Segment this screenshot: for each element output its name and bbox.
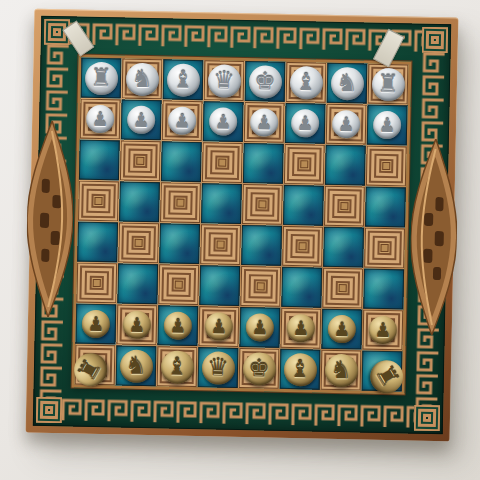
piece-base: ♟	[86, 105, 115, 134]
piece-base: ♟	[287, 314, 316, 343]
piece-glyph: ♚	[248, 356, 270, 380]
piece-base: ♞	[330, 66, 364, 100]
piece-base: ♝	[283, 352, 317, 386]
square-d8[interactable]: ♛	[204, 60, 245, 101]
square-f6[interactable]	[284, 144, 325, 185]
chess-board: ♜♞♝♛♚♝♞♜♟♟♟♟♟♟♟♟♟♟♟♟♟♟♟♟♜♞♝♛♚♝♞♜	[26, 9, 459, 442]
right-filigree-handle	[409, 139, 459, 336]
square-c4[interactable]	[159, 223, 200, 264]
square-g5[interactable]	[324, 186, 365, 227]
piece-brass-B-c1[interactable]: ♝	[157, 346, 198, 387]
piece-glyph: ♞	[125, 354, 147, 378]
square-c2[interactable]: ♟	[157, 305, 198, 346]
piece-base: ♞	[119, 349, 153, 383]
square-h4[interactable]	[364, 228, 405, 269]
square-a4[interactable]	[77, 222, 118, 263]
piece-base: ♞	[125, 62, 159, 96]
piece-glyph: ♟	[173, 111, 190, 130]
piece-glyph: ♚	[254, 69, 276, 93]
square-h1[interactable]: ♜	[362, 351, 403, 392]
piece-silver-P-b7[interactable]: ♟	[121, 99, 162, 140]
piece-silver-K-e8[interactable]: ♚	[245, 61, 286, 102]
piece-base: ♟	[209, 107, 238, 136]
piece-base: ♟	[205, 312, 234, 341]
piece-base: ♛	[201, 351, 235, 385]
square-d3[interactable]	[199, 265, 240, 306]
piece-glyph: ♟	[374, 320, 391, 339]
piece-brass-P-c2[interactable]: ♟	[157, 305, 198, 346]
square-e2[interactable]: ♟	[239, 307, 280, 348]
square-g4[interactable]	[323, 227, 364, 268]
square-a3[interactable]	[76, 263, 117, 304]
square-e7[interactable]: ♟	[244, 102, 285, 143]
piece-silver-B-c8[interactable]: ♝	[163, 59, 204, 100]
piece-brass-N-b1[interactable]: ♞	[116, 345, 157, 386]
piece-glyph: ♞	[131, 67, 153, 91]
square-d7[interactable]: ♟	[203, 101, 244, 142]
piece-glyph: ♟	[87, 314, 104, 333]
piece-silver-P-f7[interactable]: ♟	[285, 103, 326, 144]
square-e8[interactable]: ♚	[245, 61, 286, 102]
square-h7[interactable]: ♟	[367, 105, 408, 146]
piece-glyph: ♝	[289, 357, 311, 381]
piece-glyph: ♝	[172, 68, 194, 92]
piece-glyph: ♝	[295, 70, 317, 94]
piece-base: ♟	[250, 108, 279, 137]
corner-spiral-top-right	[422, 27, 449, 54]
square-d2[interactable]: ♟	[198, 306, 239, 347]
piece-glyph: ♞	[330, 358, 352, 382]
piece-glyph: ♟	[91, 109, 108, 128]
square-a5[interactable]	[78, 181, 119, 222]
square-g7[interactable]: ♟	[326, 104, 367, 145]
piece-silver-B-f8[interactable]: ♝	[286, 62, 327, 103]
piece-glyph: ♟	[210, 317, 227, 336]
square-c6[interactable]	[161, 141, 202, 182]
square-a7[interactable]: ♟	[80, 99, 121, 140]
square-g1[interactable]: ♞	[321, 350, 362, 391]
square-b5[interactable]	[119, 181, 160, 222]
square-e1[interactable]: ♚	[239, 348, 280, 389]
square-e4[interactable]	[241, 225, 282, 266]
square-h3[interactable]	[363, 269, 404, 310]
left-filigree-handle	[25, 121, 75, 318]
piece-brass-P-f2[interactable]: ♟	[280, 308, 321, 349]
square-g2[interactable]: ♟	[321, 309, 362, 350]
square-b8[interactable]: ♞	[122, 58, 163, 99]
square-d5[interactable]	[201, 183, 242, 224]
piece-silver-P-a7[interactable]: ♟	[80, 99, 121, 140]
square-f8[interactable]: ♝	[286, 62, 327, 103]
square-h8[interactable]: ♜	[368, 64, 409, 105]
piece-glyph: ♟	[296, 114, 313, 133]
piece-brass-P-d2[interactable]: ♟	[198, 306, 239, 347]
square-f5[interactable]	[283, 185, 324, 226]
square-f7[interactable]: ♟	[285, 103, 326, 144]
square-e6[interactable]	[243, 143, 284, 184]
piece-glyph: ♟	[251, 318, 268, 337]
square-e3[interactable]	[240, 266, 281, 307]
piece-silver-N-g8[interactable]: ♞	[327, 63, 368, 104]
piece-base: ♟	[369, 316, 398, 345]
piece-silver-R-h8[interactable]: ♜	[368, 64, 409, 105]
piece-base: ♞	[324, 353, 358, 387]
piece-glyph: ♟	[169, 316, 186, 335]
square-a1[interactable]: ♜	[75, 345, 116, 386]
piece-base: ♟	[123, 311, 152, 340]
square-g8[interactable]: ♞	[327, 63, 368, 104]
piece-glyph: ♝	[166, 354, 188, 378]
piece-silver-R-a8[interactable]: ♜	[81, 58, 122, 99]
piece-silver-P-h7[interactable]: ♟	[367, 105, 408, 146]
corner-spiral-bottom-left	[36, 397, 63, 424]
square-f4[interactable]	[282, 226, 323, 267]
piece-glyph: ♜	[377, 72, 399, 96]
piece-silver-P-g7[interactable]: ♟	[326, 104, 367, 145]
square-f3[interactable]	[281, 267, 322, 308]
piece-glyph: ♟	[128, 315, 145, 334]
square-f2[interactable]: ♟	[280, 308, 321, 349]
square-b3[interactable]	[117, 263, 158, 304]
piece-glyph: ♞	[336, 71, 358, 95]
piece-glyph: ♟	[378, 115, 395, 134]
square-f1[interactable]: ♝	[280, 349, 321, 390]
piece-glyph: ♟	[255, 113, 272, 132]
piece-base: ♜	[67, 347, 112, 392]
piece-base: ♟	[168, 106, 197, 135]
piece-base: ♜	[371, 67, 405, 101]
piece-brass-B-f1[interactable]: ♝	[280, 349, 321, 390]
piece-brass-N-g1[interactable]: ♞	[321, 350, 362, 391]
piece-glyph: ♛	[207, 355, 229, 379]
piece-base: ♟	[164, 311, 193, 340]
piece-glyph: ♜	[90, 66, 112, 90]
piece-brass-P-e2[interactable]: ♟	[239, 307, 280, 348]
square-b2[interactable]: ♟	[116, 304, 157, 345]
piece-glyph: ♛	[213, 68, 235, 92]
square-c7[interactable]: ♟	[162, 100, 203, 141]
square-a2[interactable]: ♟	[75, 304, 116, 345]
piece-base: ♟	[291, 109, 320, 138]
piece-silver-Q-d8[interactable]: ♛	[204, 60, 245, 101]
square-h6[interactable]	[366, 146, 407, 187]
piece-base: ♚	[242, 352, 276, 386]
piece-brass-K-e1[interactable]: ♚	[239, 348, 280, 389]
piece-base: ♟	[82, 310, 111, 339]
square-c5[interactable]	[160, 182, 201, 223]
piece-silver-P-c7[interactable]: ♟	[162, 100, 203, 141]
piece-brass-P-g2[interactable]: ♟	[321, 309, 362, 350]
piece-base: ♟	[328, 315, 357, 344]
square-h2[interactable]: ♟	[362, 310, 403, 351]
square-a6[interactable]	[79, 140, 120, 181]
piece-glyph: ♜	[371, 361, 403, 392]
piece-base: ♜	[84, 61, 118, 95]
piece-base: ♜	[364, 353, 409, 398]
square-h5[interactable]	[365, 187, 406, 228]
square-a8[interactable]: ♜	[81, 58, 122, 99]
piece-base: ♝	[160, 350, 194, 384]
corner-spiral-bottom-right	[414, 405, 441, 432]
piece-brass-Q-d1[interactable]: ♛	[198, 347, 239, 388]
square-d4[interactable]	[200, 224, 241, 265]
square-c8[interactable]: ♝	[163, 59, 204, 100]
square-d6[interactable]	[202, 142, 243, 183]
piece-silver-P-d7[interactable]: ♟	[203, 101, 244, 142]
square-b6[interactable]	[120, 140, 161, 181]
piece-glyph: ♟	[132, 110, 149, 129]
square-g3[interactable]	[322, 268, 363, 309]
piece-base: ♝	[289, 65, 323, 99]
piece-base: ♛	[207, 64, 241, 98]
piece-glyph: ♟	[214, 112, 231, 131]
piece-brass-P-h2[interactable]: ♟	[362, 310, 403, 351]
piece-silver-P-e7[interactable]: ♟	[244, 102, 285, 143]
piece-glyph: ♟	[333, 319, 350, 338]
piece-base: ♟	[373, 111, 402, 140]
piece-base: ♟	[127, 106, 156, 135]
square-b1[interactable]: ♞	[116, 345, 157, 386]
piece-base: ♟	[332, 110, 361, 139]
piece-glyph: ♟	[292, 319, 309, 338]
photo-background: ♜♞♝♛♚♝♞♜♟♟♟♟♟♟♟♟♟♟♟♟♟♟♟♟♜♞♝♛♚♝♞♜	[0, 0, 480, 480]
piece-glyph: ♜	[74, 355, 105, 385]
square-e5[interactable]	[242, 184, 283, 225]
square-b4[interactable]	[118, 222, 159, 263]
piece-brass-P-b2[interactable]: ♟	[116, 304, 157, 345]
square-b7[interactable]: ♟	[121, 99, 162, 140]
square-d1[interactable]: ♛	[198, 347, 239, 388]
square-c1[interactable]: ♝	[157, 346, 198, 387]
piece-silver-N-b8[interactable]: ♞	[122, 58, 163, 99]
piece-base: ♚	[248, 65, 282, 99]
square-c3[interactable]	[158, 264, 199, 305]
piece-base: ♟	[246, 313, 275, 342]
square-g6[interactable]	[325, 145, 366, 186]
piece-glyph: ♟	[337, 114, 354, 133]
piece-base: ♝	[166, 63, 200, 97]
piece-brass-P-a2[interactable]: ♟	[75, 304, 116, 345]
board-grid: ♜♞♝♛♚♝♞♜♟♟♟♟♟♟♟♟♟♟♟♟♟♟♟♟♜♞♝♛♚♝♞♜	[72, 55, 412, 395]
